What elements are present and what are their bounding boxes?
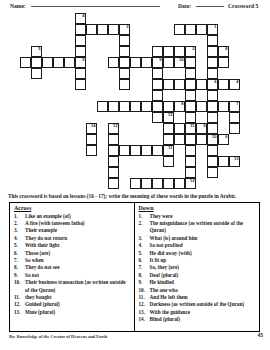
clue-item-text: Their example [25,227,131,234]
clue-box: Across 1.Like an example (of)2.A fire (w… [9,202,260,332]
clue-number-label: 6 [214,80,216,84]
grid-cell[interactable] [185,145,196,156]
grid-cell[interactable]: 4 [229,79,240,90]
clue-number-label: 8 [225,47,227,51]
clue-item-text: Mute (plural) [25,309,131,316]
clue-item: 7.So when [14,257,131,264]
clue-item-number: 7. [14,257,25,264]
clue-item-text: With the guidance [150,309,257,316]
clue-item-text: So not profited [150,242,257,249]
clue-number-label: 8 [181,102,183,106]
grid-cell[interactable] [207,101,218,112]
clue-item-number: 12. [139,301,150,308]
grid-cell[interactable] [185,90,196,101]
grid-cell[interactable] [218,57,229,68]
grid-cell[interactable] [152,101,163,112]
grid-cell[interactable] [97,24,108,35]
across-section: Across 1.Like an example (of)2.A fire (w… [10,203,135,331]
clue-number-label: 12 [190,179,194,183]
grid-cell[interactable] [119,57,130,68]
grid-cell[interactable] [207,90,218,101]
clue-number-label: 11 [190,124,194,128]
clue-item-number: 3. [14,227,25,234]
clue-item: 8.They do not see [14,264,131,271]
grid-cell[interactable] [119,35,130,46]
grid-cell[interactable] [229,112,240,123]
clue-number-label: 9 [203,124,205,128]
grid-cell[interactable] [163,123,174,134]
grid-cell[interactable] [152,145,163,156]
clue-item-number: 2. [139,220,150,235]
grid-cell[interactable]: 4 [75,13,86,24]
grid-cell[interactable] [207,156,218,167]
grid-cell[interactable] [152,112,163,123]
grid-cell[interactable]: 11 [163,145,174,156]
clue-item-number: 6. [14,250,25,257]
grid-cell[interactable]: 10 [174,57,185,68]
page-number: 45 [258,332,264,338]
grid-cell[interactable] [108,24,119,35]
grid-cell[interactable]: 10 [207,134,218,145]
grid-cell[interactable] [174,79,185,90]
grid-cell[interactable] [196,79,207,90]
clue-item: 4.So not profited [139,242,257,249]
clue-item-number: 2. [14,220,25,227]
date-line[interactable] [196,1,224,7]
clue-item-text: Darkness (as written outside of the Qura… [150,301,257,308]
clue-item: 4.They do not return [14,235,131,242]
clue-item: 1.Like an example (of) [14,213,131,220]
clue-number-label: 11 [168,146,172,150]
clue-item-text: Guided (plural) [25,301,131,308]
grid-cell[interactable]: 5 [31,46,42,57]
grid-cell[interactable] [174,134,185,145]
clue-item: 12.Guided (plural) [14,301,131,308]
grid-cell[interactable] [75,35,86,46]
clue-item: 13.Mute (plural) [14,309,131,316]
clue-item-text: He kindled [150,279,257,286]
clue-item: 1.They were [139,213,257,220]
grid-cell[interactable] [108,145,119,156]
grid-cell[interactable]: 8 [174,101,185,112]
grid-cell[interactable]: 6 [218,134,229,145]
clue-number-label: 3 [126,25,128,29]
grid-cell[interactable] [31,68,42,79]
clue-item: 5.He did away (with) [139,250,257,257]
clue-item-text: Deaf (plural) [150,272,257,279]
clue-item-text: What (is) around him [150,235,257,242]
grid-cell[interactable] [229,123,240,134]
grid-cell[interactable]: 13 [229,156,240,167]
grid-cell[interactable] [185,167,196,178]
clue-item: 6.Those (are) [14,250,131,257]
grid-cell[interactable] [108,101,119,112]
grid-cell[interactable] [185,134,196,145]
grid-cell[interactable] [119,101,130,112]
grid-cell[interactable] [97,101,108,112]
clue-item-text: So when [25,257,131,264]
clue-item: 10.The one who [139,287,257,294]
name-label: Name: [10,3,26,9]
grid-cell[interactable]: 3 [119,24,130,35]
clue-number-label: 2 [192,47,194,51]
credit-text: By: Knowledge of the Creator of Heavens … [9,334,107,339]
grid-cell[interactable] [163,134,174,145]
grid-cell[interactable] [130,101,141,112]
grid-cell[interactable] [75,68,86,79]
clue-item-text: They do not return [25,235,131,242]
grid-cell[interactable]: 7 [229,101,240,112]
clue-item: 9.He kindled [139,279,257,286]
clue-number-label: 13 [113,124,117,128]
down-heading: Down [139,205,257,211]
clue-number-label: 7 [236,102,238,106]
grid-cell[interactable]: 12 [185,178,196,189]
clue-item: 2.A fire (with tanween fatha) [14,220,131,227]
clue-item-text: He did away (with) [150,250,257,257]
grid-cell[interactable]: 9 [152,57,163,68]
grid-cell[interactable] [163,79,174,90]
grid-cell[interactable]: 9 [196,123,207,134]
clue-item: 14.Blind (plural) [139,316,257,323]
grid-cell[interactable] [163,178,174,189]
grid-cell[interactable] [141,57,152,68]
clue-item-number: 5. [139,250,150,257]
grid-cell[interactable] [119,46,130,57]
clue-item-number: 9. [14,272,25,279]
clue-item-number: 6. [139,257,150,264]
clue-number-label: 10 [179,58,183,62]
grid-cell[interactable]: 6 [207,79,218,90]
clue-item-text: Like an example (of) [25,213,131,220]
clue-number-label: 5 [82,58,84,62]
clue-item-number: 11. [14,294,25,301]
grid-cell[interactable] [185,57,196,68]
clue-item-text: Their business transaction (as written o… [25,279,131,294]
clue-number-label: 4 [236,80,238,84]
clue-item-text: With their light [25,242,131,249]
grid-cell[interactable] [75,24,86,35]
grid-cell[interactable] [152,178,163,189]
grid-cell[interactable] [174,123,185,134]
grid-cell[interactable] [86,134,97,145]
grid-cell[interactable] [31,57,42,68]
grid-cell[interactable]: 13 [108,123,119,134]
clue-item-text: The misguidance (as written outside of t… [150,220,257,235]
clue-item-number: 12. [14,301,25,308]
grid-cell[interactable]: 11 [185,123,196,134]
grid-cell[interactable]: 5 [75,57,86,68]
grid-cell[interactable] [196,134,207,145]
clue-item-number: 1. [14,213,25,220]
clue-item-text: A fire (with tanween fatha) [25,220,131,227]
grid-cell[interactable] [141,101,152,112]
clue-number-label: 6 [225,135,227,139]
clue-number-label: 14 [91,124,95,128]
grid-cell[interactable] [152,46,163,57]
grid-cell[interactable] [207,68,218,79]
clue-item: 2.The misguidance (as written outside of… [139,220,257,235]
grid-cell[interactable] [218,156,229,167]
intro-text: This crossword is based on lessons (16 -… [8,193,264,199]
clue-item-text: Blind (plural) [150,316,257,323]
clue-item: 12.Darkness (as written outside of the Q… [139,301,257,308]
grid-cell[interactable] [163,46,174,57]
across-heading: Across [14,205,131,211]
clue-item-number: 1. [139,213,150,220]
clue-item-number: 10. [139,287,150,294]
grid-cell[interactable] [174,46,185,57]
grid-cell[interactable] [207,123,218,134]
grid-cell[interactable] [185,68,196,79]
grid-cell[interactable] [185,24,196,35]
down-section: Down 1.They were2.The misguidance (as wr… [135,203,260,331]
grid-cell[interactable] [174,24,185,35]
clue-item: 11.And He left them [139,294,257,301]
clue-item-text: They do not see [25,264,131,271]
grid-cell[interactable] [64,57,75,68]
clue-item-number: 9. [139,279,150,286]
page-title: Crossword 5 [228,3,258,9]
clue-item-number: 4. [14,235,25,242]
clue-item-number: 13. [139,309,150,316]
clue-number-label: 4 [82,14,84,18]
clue-number-label: 10 [212,135,216,139]
grid-cell[interactable] [108,134,119,145]
clue-item: 13.With the guidance [139,309,257,316]
clue-number-label: 13 [234,157,238,161]
grid-cell[interactable] [185,101,196,112]
clue-item-text: And He left them [150,294,257,301]
clue-item-number: 7. [139,264,150,271]
grid-cell[interactable] [207,167,218,178]
clue-number-label: 5 [38,47,40,51]
clue-item-number: 8. [14,264,25,271]
grid-cell[interactable]: 1 [207,24,218,35]
grid-cell[interactable] [218,101,229,112]
clue-item-text: So, they (are) [150,264,257,271]
grid-cell[interactable] [86,145,97,156]
clue-number-label: 9 [159,58,161,62]
down-clue-list: 1.They were2.The misguidance (as written… [139,213,257,324]
grid-cell[interactable] [108,178,119,189]
grid-cell[interactable] [42,57,53,68]
clue-item-number: 10. [14,279,25,294]
grid-cell[interactable]: 2 [185,46,196,57]
clue-item-text: It lit up [150,257,257,264]
grid-cell[interactable] [119,79,130,90]
grid-cell[interactable] [108,57,119,68]
clue-item: 8.Deaf (plural) [139,272,257,279]
clue-item: 6.It lit up [139,257,257,264]
clue-item-text: They were [150,213,257,220]
clue-item-number: 3. [139,235,150,242]
grid-cell[interactable] [130,178,141,189]
clue-item-text: they bought [25,294,131,301]
clue-item-number: 5. [14,242,25,249]
grid-cell[interactable] [196,101,207,112]
clue-number-label: 12 [168,113,172,117]
grid-cell[interactable] [163,101,174,112]
grid-cell[interactable] [108,167,119,178]
grid-cell[interactable] [174,178,185,189]
grid-cell[interactable] [141,145,152,156]
grid-cell[interactable] [207,35,218,46]
grid-cell[interactable] [130,145,141,156]
across-clue-list: 1.Like an example (of)2.A fire (with tan… [14,213,131,317]
clue-number-label: 1 [214,25,216,29]
grid-cell[interactable] [141,178,152,189]
grid-cell[interactable] [53,57,64,68]
grid-cell[interactable] [130,57,141,68]
grid-cell[interactable] [152,79,163,90]
clue-item: 10.Their business transaction (as writte… [14,279,131,294]
crossword-grid: 43152859106487121413119106111312 [20,13,251,189]
grid-cell[interactable] [207,46,218,57]
grid-cell[interactable] [185,112,196,123]
grid-cell[interactable] [218,79,229,90]
grid-cell[interactable] [20,57,31,68]
clue-item-text: So not [25,272,131,279]
grid-cell[interactable] [119,68,130,79]
clue-item-number: 13. [14,309,25,316]
clue-item: 11.they bought [14,294,131,301]
clue-item-number: 8. [139,272,150,279]
grid-cell[interactable] [207,112,218,123]
clue-item-text: Those (are) [25,250,131,257]
clue-item-text: The one who [150,287,257,294]
clue-item: 7.So, they (are) [139,264,257,271]
grid-cell[interactable] [152,68,163,79]
grid-cell[interactable]: 14 [86,123,97,134]
date-label: Date: [178,3,191,9]
grid-cell[interactable]: 12 [163,112,174,123]
grid-cell[interactable] [207,145,218,156]
grid-cell[interactable] [185,156,196,167]
clue-item-number: 11. [139,294,150,301]
grid-cell[interactable] [108,156,119,167]
clue-item-number: 14. [139,316,150,323]
grid-cell[interactable] [163,156,174,167]
clue-item: 3.What (is) around him [139,235,257,242]
grid-cell[interactable] [163,57,174,68]
clue-item-number: 4. [139,242,150,249]
grid-cell[interactable]: 8 [218,46,229,57]
grid-cell[interactable] [119,145,130,156]
grid-cell[interactable] [86,24,97,35]
grid-cell[interactable] [196,24,207,35]
clue-item: 3.Their example [14,227,131,234]
grid-cell[interactable] [75,79,86,90]
grid-cell[interactable] [207,57,218,68]
grid-cell[interactable] [75,46,86,57]
clue-item: 9.So not [14,272,131,279]
grid-cell[interactable] [152,90,163,101]
clue-item: 5.With their light [14,242,131,249]
name-line[interactable] [31,1,160,7]
grid-cell[interactable] [185,79,196,90]
